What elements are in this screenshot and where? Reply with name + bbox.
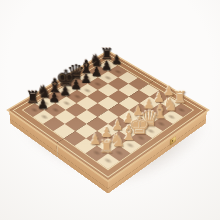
board-face: ♜♟♟♜♞♟♟♞♝♟♟♝♛♟♟♛♚♟♟♚♝♟♟♝♞♟♟♞♜♟♟♜ [9, 52, 207, 180]
latch-pin-icon [172, 140, 173, 142]
piece-white-rook: ♜ [91, 134, 121, 162]
frame-pinstripe-inner: ♜♟♟♜♞♟♟♞♝♟♟♝♛♟♟♛♚♟♟♚♝♟♟♝♞♟♟♞♜♟♟♜ [22, 59, 195, 171]
fold-seam-wall [56, 143, 58, 158]
brass-latch-icon [170, 135, 177, 145]
chess-board: ♜♟♟♜♞♟♟♞♝♟♟♝♛♟♟♛♚♟♟♚♝♟♟♝♞♟♟♞♜♟♟♜ [9, 52, 207, 180]
frame-pinstripe-outer: ♜♟♟♜♞♟♟♞♝♟♟♝♛♟♟♛♚♟♟♚♝♟♟♝♞♟♟♞♜♟♟♜ [13, 54, 204, 178]
photo-background: ♜♟♟♜♞♟♟♞♝♟♟♝♛♟♟♛♚♟♟♚♝♟♟♝♞♟♟♞♜♟♟♜ [0, 0, 220, 220]
board-grid: ♜♟♟♜♞♟♟♞♝♟♟♝♛♟♟♛♚♟♟♚♝♟♟♝♞♟♟♞♜♟♟♜ [24, 60, 192, 169]
square: ♜ [97, 153, 120, 169]
piece-black-pawn: ♟ [29, 91, 57, 117]
